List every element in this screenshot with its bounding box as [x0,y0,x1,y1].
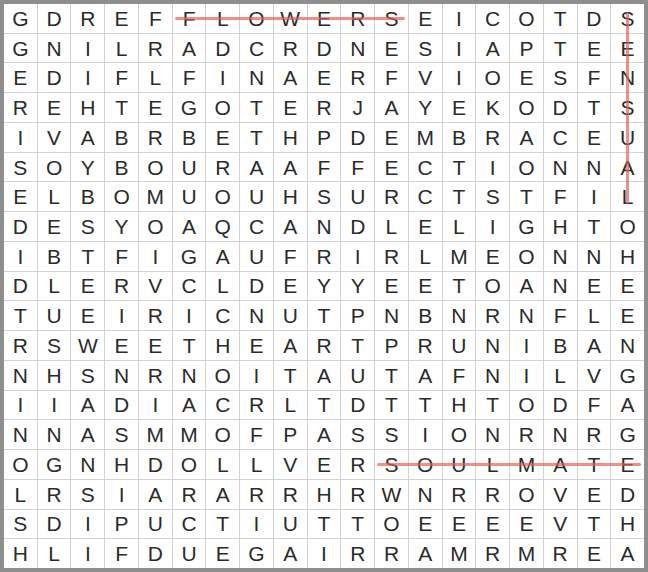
grid-cell[interactable]: I [71,510,104,539]
grid-cell[interactable]: N [476,331,509,360]
grid-cell[interactable]: V [274,450,307,479]
grid-cell[interactable]: E [409,4,442,33]
grid-cell[interactable]: R [375,182,408,211]
grid-cell[interactable]: F [274,242,307,271]
grid-cell[interactable]: D [544,391,577,420]
grid-cell[interactable]: U [173,153,206,182]
grid-cell[interactable]: A [206,242,239,271]
grid-cell[interactable]: E [476,242,509,271]
grid-cell[interactable]: N [71,450,104,479]
grid-cell[interactable]: O [510,480,543,509]
grid-cell[interactable]: E [206,539,239,568]
grid-cell[interactable]: N [578,153,611,182]
grid-cell[interactable]: O [510,93,543,122]
grid-cell[interactable]: T [105,93,138,122]
grid-cell[interactable]: R [476,480,509,509]
grid-cell[interactable]: H [611,510,644,539]
grid-cell[interactable]: L [38,539,71,568]
grid-cell[interactable]: I [510,361,543,390]
grid-cell[interactable]: V [544,480,577,509]
grid-cell[interactable]: S [611,4,644,33]
grid-cell[interactable]: A [611,539,644,568]
grid-cell[interactable]: R [341,4,374,33]
grid-cell[interactable]: B [105,153,138,182]
grid-cell[interactable]: S [105,420,138,449]
grid-cell[interactable]: N [544,242,577,271]
grid-cell[interactable]: L [38,272,71,301]
grid-cell[interactable]: I [38,391,71,420]
grid-cell[interactable]: R [173,480,206,509]
grid-cell[interactable]: R [240,480,273,509]
grid-cell[interactable]: F [240,420,273,449]
grid-cell[interactable]: E [4,182,37,211]
grid-cell[interactable]: G [173,93,206,122]
grid-cell[interactable]: S [71,480,104,509]
grid-cell[interactable]: O [443,420,476,449]
grid-cell[interactable]: W [274,4,307,33]
grid-cell[interactable]: A [206,480,239,509]
grid-cell[interactable]: F [105,242,138,271]
grid-cell[interactable]: L [476,450,509,479]
grid-cell[interactable]: E [71,301,104,330]
grid-cell[interactable]: M [409,123,442,152]
grid-cell[interactable]: M [510,450,543,479]
grid-cell[interactable]: M [443,539,476,568]
grid-cell[interactable]: N [544,272,577,301]
grid-cell[interactable]: I [139,242,172,271]
grid-cell[interactable]: O [139,212,172,241]
grid-cell[interactable]: C [240,34,273,63]
grid-cell[interactable]: D [240,272,273,301]
grid-cell[interactable]: R [308,242,341,271]
grid-cell[interactable]: T [476,391,509,420]
grid-cell[interactable]: P [341,301,374,330]
grid-cell[interactable]: U [173,539,206,568]
grid-cell[interactable]: R [139,361,172,390]
grid-cell[interactable]: L [375,212,408,241]
grid-cell[interactable]: N [38,420,71,449]
grid-cell[interactable]: I [173,301,206,330]
grid-cell[interactable]: E [274,93,307,122]
grid-cell[interactable]: L [139,63,172,92]
grid-cell[interactable]: S [4,510,37,539]
grid-cell[interactable]: T [443,272,476,301]
grid-cell[interactable]: C [240,212,273,241]
grid-cell[interactable]: F [544,301,577,330]
grid-cell[interactable]: R [206,153,239,182]
grid-cell[interactable]: E [578,480,611,509]
grid-cell[interactable]: L [578,301,611,330]
grid-cell[interactable]: D [4,272,37,301]
grid-cell[interactable]: F [375,63,408,92]
grid-cell[interactable]: A [611,391,644,420]
grid-cell[interactable]: M [139,420,172,449]
grid-cell[interactable]: D [544,93,577,122]
grid-cell[interactable]: E [38,212,71,241]
grid-cell[interactable]: O [4,450,37,479]
grid-cell[interactable]: R [71,4,104,33]
grid-cell[interactable]: O [611,212,644,241]
grid-cell[interactable]: N [4,420,37,449]
grid-cell[interactable]: G [4,34,37,63]
grid-cell[interactable]: E [578,272,611,301]
grid-cell[interactable]: R [476,123,509,152]
grid-cell[interactable]: N [38,34,71,63]
grid-cell[interactable]: U [443,331,476,360]
grid-cell[interactable]: T [71,242,104,271]
grid-cell[interactable]: H [38,361,71,390]
grid-cell[interactable]: D [206,34,239,63]
grid-cell[interactable]: W [71,331,104,360]
grid-cell[interactable]: G [38,450,71,479]
grid-cell[interactable]: A [274,212,307,241]
grid-cell[interactable]: N [240,301,273,330]
grid-cell[interactable]: I [105,480,138,509]
grid-cell[interactable]: T [578,93,611,122]
grid-cell[interactable]: E [308,63,341,92]
grid-cell[interactable]: E [71,272,104,301]
grid-cell[interactable]: T [308,301,341,330]
grid-cell[interactable]: B [173,123,206,152]
grid-cell[interactable]: I [71,34,104,63]
grid-cell[interactable]: N [510,301,543,330]
grid-cell[interactable]: T [409,391,442,420]
grid-cell[interactable]: L [443,212,476,241]
grid-cell[interactable]: D [105,391,138,420]
grid-cell[interactable]: U [274,301,307,330]
grid-cell[interactable]: S [611,93,644,122]
grid-cell[interactable]: E [409,510,442,539]
grid-cell[interactable]: I [105,301,138,330]
grid-cell[interactable]: S [71,212,104,241]
grid-cell[interactable]: U [173,182,206,211]
grid-cell[interactable]: E [409,212,442,241]
grid-cell[interactable]: I [308,539,341,568]
grid-cell[interactable]: L [611,182,644,211]
grid-cell[interactable]: L [240,450,273,479]
grid-cell[interactable]: K [476,93,509,122]
grid-cell[interactable]: R [443,480,476,509]
grid-cell[interactable]: A [274,153,307,182]
grid-cell[interactable]: R [308,331,341,360]
grid-cell[interactable]: A [71,391,104,420]
grid-cell[interactable]: H [308,480,341,509]
grid-cell[interactable]: A [139,480,172,509]
grid-cell[interactable]: P [274,420,307,449]
grid-cell[interactable]: D [139,450,172,479]
grid-cell[interactable]: R [341,539,374,568]
grid-cell[interactable]: C [206,301,239,330]
grid-cell[interactable]: U [38,301,71,330]
grid-cell[interactable]: U [611,123,644,152]
grid-cell[interactable]: N [173,361,206,390]
grid-cell[interactable]: N [443,301,476,330]
grid-cell[interactable]: E [578,539,611,568]
grid-cell[interactable]: A [274,539,307,568]
grid-cell[interactable]: O [206,361,239,390]
grid-cell[interactable]: S [308,182,341,211]
grid-cell[interactable]: A [71,123,104,152]
grid-cell[interactable]: Y [409,93,442,122]
grid-cell[interactable]: E [510,63,543,92]
grid-cell[interactable]: G [611,420,644,449]
grid-cell[interactable]: S [544,63,577,92]
grid-cell[interactable]: E [375,123,408,152]
grid-cell[interactable]: T [578,212,611,241]
grid-cell[interactable]: J [341,93,374,122]
grid-cell[interactable]: D [611,480,644,509]
grid-cell[interactable]: R [4,331,37,360]
grid-cell[interactable]: F [578,391,611,420]
grid-cell[interactable]: N [611,63,644,92]
grid-cell[interactable]: Y [308,272,341,301]
grid-cell[interactable]: F [341,153,374,182]
grid-cell[interactable]: D [38,510,71,539]
grid-cell[interactable]: O [510,391,543,420]
grid-cell[interactable]: F [139,4,172,33]
grid-cell[interactable]: E [206,123,239,152]
grid-cell[interactable]: R [341,63,374,92]
grid-cell[interactable]: G [240,539,273,568]
grid-cell[interactable]: O [476,272,509,301]
grid-cell[interactable]: U [240,182,273,211]
grid-cell[interactable]: A [173,34,206,63]
grid-cell[interactable]: U [240,242,273,271]
grid-cell[interactable]: A [578,331,611,360]
grid-cell[interactable]: R [375,242,408,271]
grid-cell[interactable]: T [341,510,374,539]
grid-cell[interactable]: Q [206,212,239,241]
grid-cell[interactable]: I [341,242,374,271]
grid-cell[interactable]: G [173,242,206,271]
grid-cell[interactable]: R [510,420,543,449]
grid-cell[interactable]: A [510,272,543,301]
grid-cell[interactable]: N [476,361,509,390]
grid-cell[interactable]: T [341,331,374,360]
grid-cell[interactable]: M [173,420,206,449]
grid-cell[interactable]: L [544,361,577,390]
grid-cell[interactable]: O [510,4,543,33]
grid-cell[interactable]: R [274,34,307,63]
grid-cell[interactable]: R [4,93,37,122]
grid-cell[interactable]: G [4,4,37,33]
grid-cell[interactable]: R [105,272,138,301]
grid-cell[interactable]: F [544,182,577,211]
grid-cell[interactable]: T [206,510,239,539]
grid-cell[interactable]: E [510,510,543,539]
grid-cell[interactable]: N [476,420,509,449]
grid-cell[interactable]: O [139,153,172,182]
grid-cell[interactable]: F [443,361,476,390]
grid-cell[interactable]: D [4,212,37,241]
grid-cell[interactable]: R [308,93,341,122]
grid-cell[interactable]: T [544,34,577,63]
grid-cell[interactable]: C [476,4,509,33]
grid-cell[interactable]: I [4,391,37,420]
grid-cell[interactable]: A [544,450,577,479]
grid-cell[interactable]: P [308,123,341,152]
grid-cell[interactable]: R [544,539,577,568]
grid-cell[interactable]: H [71,93,104,122]
grid-cell[interactable]: D [38,63,71,92]
grid-cell[interactable]: I [510,331,543,360]
grid-cell[interactable]: U [139,510,172,539]
grid-cell[interactable]: N [4,361,37,390]
grid-cell[interactable]: L [4,480,37,509]
grid-cell[interactable]: I [4,242,37,271]
grid-cell[interactable]: T [578,510,611,539]
grid-cell[interactable]: E [375,272,408,301]
grid-cell[interactable]: E [240,331,273,360]
grid-cell[interactable]: U [274,510,307,539]
grid-cell[interactable]: S [409,34,442,63]
grid-cell[interactable]: O [375,510,408,539]
grid-cell[interactable]: A [308,420,341,449]
grid-cell[interactable]: D [139,539,172,568]
grid-cell[interactable]: D [341,391,374,420]
grid-cell[interactable]: O [38,153,71,182]
grid-cell[interactable]: N [578,242,611,271]
grid-cell[interactable]: L [38,182,71,211]
grid-cell[interactable]: A [510,123,543,152]
grid-cell[interactable]: L [274,391,307,420]
grid-cell[interactable]: T [375,361,408,390]
grid-cell[interactable]: S [38,331,71,360]
grid-cell[interactable]: O [206,182,239,211]
grid-cell[interactable]: R [139,34,172,63]
grid-cell[interactable]: T [240,123,273,152]
grid-cell[interactable]: H [206,331,239,360]
grid-cell[interactable]: B [443,123,476,152]
grid-cell[interactable]: C [173,272,206,301]
grid-cell[interactable]: O [240,4,273,33]
grid-cell[interactable]: R [139,301,172,330]
grid-cell[interactable]: A [375,93,408,122]
grid-cell[interactable]: N [308,212,341,241]
grid-cell[interactable]: A [308,361,341,390]
grid-cell[interactable]: R [578,420,611,449]
grid-cell[interactable]: E [105,4,138,33]
grid-cell[interactable]: H [274,182,307,211]
grid-cell[interactable]: A [173,391,206,420]
grid-cell[interactable]: R [375,539,408,568]
grid-cell[interactable]: I [578,182,611,211]
grid-cell[interactable]: N [544,153,577,182]
grid-cell[interactable]: N [341,34,374,63]
grid-cell[interactable]: H [544,212,577,241]
grid-cell[interactable]: V [544,510,577,539]
grid-cell[interactable]: H [274,123,307,152]
grid-cell[interactable]: A [173,212,206,241]
grid-cell[interactable]: I [240,510,273,539]
grid-cell[interactable]: R [240,391,273,420]
grid-cell[interactable]: A [409,539,442,568]
grid-cell[interactable]: E [139,93,172,122]
grid-cell[interactable]: P [375,331,408,360]
grid-cell[interactable]: A [240,153,273,182]
grid-cell[interactable]: H [611,242,644,271]
grid-cell[interactable]: S [375,450,408,479]
grid-cell[interactable]: O [476,63,509,92]
grid-cell[interactable]: T [308,391,341,420]
grid-cell[interactable]: C [544,123,577,152]
grid-cell[interactable]: C [409,153,442,182]
grid-cell[interactable]: Y [71,153,104,182]
grid-cell[interactable]: E [409,272,442,301]
grid-cell[interactable]: W [375,480,408,509]
grid-cell[interactable]: A [409,361,442,390]
grid-cell[interactable]: I [4,123,37,152]
grid-cell[interactable]: B [409,301,442,330]
grid-cell[interactable]: T [308,510,341,539]
grid-cell[interactable]: U [341,182,374,211]
grid-cell[interactable]: I [206,63,239,92]
grid-cell[interactable]: Y [105,212,138,241]
grid-cell[interactable]: T [443,153,476,182]
grid-cell[interactable]: I [443,63,476,92]
grid-cell[interactable]: A [274,63,307,92]
grid-cell[interactable]: E [38,93,71,122]
grid-cell[interactable]: D [578,4,611,33]
grid-cell[interactable]: E [611,301,644,330]
grid-cell[interactable]: V [409,63,442,92]
grid-cell[interactable]: R [38,480,71,509]
grid-cell[interactable]: B [71,182,104,211]
grid-cell[interactable]: P [105,510,138,539]
grid-cell[interactable]: D [341,123,374,152]
grid-cell[interactable]: R [476,539,509,568]
grid-cell[interactable]: D [38,4,71,33]
grid-cell[interactable]: T [510,182,543,211]
grid-cell[interactable]: V [139,272,172,301]
grid-cell[interactable]: N [611,331,644,360]
grid-cell[interactable]: O [206,420,239,449]
grid-cell[interactable]: E [105,331,138,360]
grid-cell[interactable]: F [308,153,341,182]
grid-cell[interactable]: V [578,361,611,390]
grid-cell[interactable]: H [4,539,37,568]
grid-cell[interactable]: I [476,153,509,182]
grid-cell[interactable]: L [409,242,442,271]
grid-cell[interactable]: S [375,4,408,33]
grid-cell[interactable]: D [308,34,341,63]
grid-cell[interactable]: T [274,361,307,390]
grid-cell[interactable]: T [375,391,408,420]
grid-cell[interactable]: E [308,4,341,33]
grid-cell[interactable]: T [240,93,273,122]
grid-cell[interactable]: I [71,539,104,568]
grid-cell[interactable]: O [510,153,543,182]
grid-cell[interactable]: L [206,272,239,301]
grid-cell[interactable]: E [139,331,172,360]
grid-cell[interactable]: H [443,391,476,420]
grid-cell[interactable]: I [443,34,476,63]
grid-cell[interactable]: B [38,242,71,271]
grid-cell[interactable]: N [105,361,138,390]
grid-cell[interactable]: T [443,182,476,211]
grid-cell[interactable]: T [544,4,577,33]
grid-cell[interactable]: G [611,361,644,390]
grid-cell[interactable]: U [443,450,476,479]
grid-cell[interactable]: M [443,242,476,271]
grid-cell[interactable]: O [105,182,138,211]
grid-cell[interactable]: M [139,182,172,211]
grid-cell[interactable]: E [443,93,476,122]
grid-cell[interactable]: S [375,420,408,449]
grid-cell[interactable]: I [476,212,509,241]
grid-cell[interactable]: I [443,4,476,33]
grid-cell[interactable]: I [139,391,172,420]
